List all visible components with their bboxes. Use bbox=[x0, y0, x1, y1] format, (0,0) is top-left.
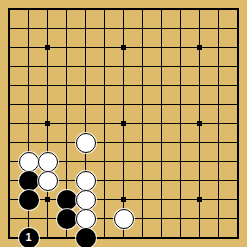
intersection-C13[interactable] bbox=[38, 0, 57, 19]
grid-line-vertical bbox=[218, 95, 219, 114]
intersection-E6[interactable] bbox=[76, 133, 95, 152]
grid-line-vertical bbox=[161, 114, 162, 133]
intersection-J6[interactable] bbox=[152, 133, 171, 152]
intersection-A11[interactable] bbox=[0, 38, 19, 57]
grid-line-vertical bbox=[161, 8, 162, 19]
intersection-K11[interactable] bbox=[171, 38, 190, 57]
intersection-B9[interactable] bbox=[19, 76, 38, 95]
intersection-A13[interactable] bbox=[0, 0, 19, 19]
intersection-C4[interactable] bbox=[38, 171, 57, 190]
grid-line-vertical bbox=[142, 152, 143, 171]
grid-line-vertical bbox=[180, 228, 181, 239]
intersection-D13[interactable] bbox=[57, 0, 76, 19]
intersection-M9[interactable] bbox=[209, 76, 228, 95]
intersection-K10[interactable] bbox=[171, 57, 190, 76]
grid-line-vertical bbox=[47, 19, 48, 38]
intersection-F6[interactable] bbox=[95, 133, 114, 152]
grid-line-vertical bbox=[104, 171, 105, 190]
intersection-D9[interactable] bbox=[57, 76, 76, 95]
grid-line-vertical bbox=[9, 57, 10, 76]
grid-line-vertical bbox=[123, 19, 124, 38]
intersection-A2[interactable] bbox=[0, 209, 19, 228]
grid-line-vertical bbox=[199, 228, 200, 239]
intersection-C6[interactable] bbox=[38, 133, 57, 152]
intersection-H5[interactable] bbox=[133, 152, 152, 171]
intersection-H11[interactable] bbox=[133, 38, 152, 57]
grid-line-vertical bbox=[180, 38, 181, 57]
intersection-K2[interactable] bbox=[171, 209, 190, 228]
grid-line-vertical bbox=[199, 133, 200, 152]
intersection-J3[interactable] bbox=[152, 190, 171, 209]
intersection-E12[interactable] bbox=[76, 19, 95, 38]
grid-line-vertical bbox=[161, 228, 162, 239]
grid-line-vertical bbox=[199, 152, 200, 171]
intersection-D12[interactable] bbox=[57, 19, 76, 38]
grid-line-vertical bbox=[237, 38, 238, 57]
intersection-D1[interactable] bbox=[57, 228, 76, 247]
intersection-M4[interactable] bbox=[209, 171, 228, 190]
intersection-C3[interactable] bbox=[38, 190, 57, 209]
grid-line-vertical bbox=[180, 209, 181, 228]
grid-line-vertical bbox=[104, 228, 105, 239]
intersection-J7[interactable] bbox=[152, 114, 171, 133]
intersection-F10[interactable] bbox=[95, 57, 114, 76]
intersection-A9[interactable] bbox=[0, 76, 19, 95]
intersection-F3[interactable] bbox=[95, 190, 114, 209]
grid-line-vertical bbox=[9, 190, 10, 209]
intersection-B5[interactable] bbox=[19, 152, 38, 171]
intersection-F5[interactable] bbox=[95, 152, 114, 171]
intersection-G6[interactable] bbox=[114, 133, 133, 152]
intersection-E10[interactable] bbox=[76, 57, 95, 76]
grid-line-vertical bbox=[218, 190, 219, 209]
intersection-G2[interactable] bbox=[114, 209, 133, 228]
grid-line-vertical bbox=[161, 57, 162, 76]
intersection-A1[interactable] bbox=[0, 228, 19, 247]
intersection-G4[interactable] bbox=[114, 171, 133, 190]
grid-line-vertical bbox=[180, 19, 181, 38]
grid-line-vertical bbox=[161, 76, 162, 95]
grid-line-vertical bbox=[161, 95, 162, 114]
intersection-H12[interactable] bbox=[133, 19, 152, 38]
intersection-G10[interactable] bbox=[114, 57, 133, 76]
grid-line-vertical bbox=[161, 38, 162, 57]
intersection-E5[interactable] bbox=[76, 152, 95, 171]
intersection-E11[interactable] bbox=[76, 38, 95, 57]
intersection-D6[interactable] bbox=[57, 133, 76, 152]
grid-line-vertical bbox=[104, 57, 105, 76]
grid-line-vertical bbox=[180, 114, 181, 133]
grid-line-vertical bbox=[218, 38, 219, 57]
intersection-J12[interactable] bbox=[152, 19, 171, 38]
intersection-L10[interactable] bbox=[190, 57, 209, 76]
grid-line-vertical bbox=[199, 19, 200, 38]
intersection-M6[interactable] bbox=[209, 133, 228, 152]
intersection-B10[interactable] bbox=[19, 57, 38, 76]
intersection-L8[interactable] bbox=[190, 95, 209, 114]
intersection-G13[interactable] bbox=[114, 0, 133, 19]
intersection-C11[interactable] bbox=[38, 38, 57, 57]
grid-line-vertical bbox=[218, 171, 219, 190]
intersection-H13[interactable] bbox=[133, 0, 152, 19]
grid-line-vertical bbox=[47, 8, 48, 19]
intersection-M11[interactable] bbox=[209, 38, 228, 57]
grid-line-vertical bbox=[199, 76, 200, 95]
grid-line-vertical bbox=[237, 114, 238, 133]
intersection-M12[interactable] bbox=[209, 19, 228, 38]
grid-line-vertical bbox=[66, 133, 67, 152]
grid-line-vertical bbox=[237, 57, 238, 76]
grid-line-vertical bbox=[85, 57, 86, 76]
intersection-H8[interactable] bbox=[133, 95, 152, 114]
grid-line-vertical bbox=[85, 114, 86, 133]
intersection-N10[interactable] bbox=[228, 57, 247, 76]
intersection-A4[interactable] bbox=[0, 171, 19, 190]
intersection-E2[interactable] bbox=[76, 209, 95, 228]
grid-line-vertical bbox=[237, 133, 238, 152]
grid-line-vertical bbox=[104, 114, 105, 133]
black-stone-D3 bbox=[57, 190, 77, 210]
grid-line-vertical bbox=[85, 95, 86, 114]
grid-line-vertical bbox=[9, 38, 10, 57]
intersection-C9[interactable] bbox=[38, 76, 57, 95]
grid-line-vertical bbox=[180, 95, 181, 114]
intersection-B12[interactable] bbox=[19, 19, 38, 38]
grid-line-vertical bbox=[237, 171, 238, 190]
intersection-F4[interactable] bbox=[95, 171, 114, 190]
intersection-A6[interactable] bbox=[0, 133, 19, 152]
grid-line-vertical bbox=[9, 19, 10, 38]
grid-line-vertical bbox=[123, 76, 124, 95]
intersection-M1[interactable] bbox=[209, 228, 228, 247]
grid-line-vertical bbox=[9, 95, 10, 114]
grid-line-vertical bbox=[66, 57, 67, 76]
intersection-A12[interactable] bbox=[0, 19, 19, 38]
intersection-G11[interactable] bbox=[114, 38, 133, 57]
intersection-E8[interactable] bbox=[76, 95, 95, 114]
grid-line-vertical bbox=[218, 228, 219, 239]
grid-line-vertical bbox=[180, 76, 181, 95]
intersection-H6[interactable] bbox=[133, 133, 152, 152]
intersection-L3[interactable] bbox=[190, 190, 209, 209]
white-stone-G2 bbox=[114, 209, 134, 229]
intersection-N11[interactable] bbox=[228, 38, 247, 57]
grid-line-vertical bbox=[104, 19, 105, 38]
intersection-K8[interactable] bbox=[171, 95, 190, 114]
intersection-H2[interactable] bbox=[133, 209, 152, 228]
intersection-N5[interactable] bbox=[228, 152, 247, 171]
intersection-F12[interactable] bbox=[95, 19, 114, 38]
grid-line-vertical bbox=[142, 19, 143, 38]
intersection-N3[interactable] bbox=[228, 190, 247, 209]
intersection-N9[interactable] bbox=[228, 76, 247, 95]
grid-line-vertical bbox=[142, 38, 143, 57]
grid-line-vertical bbox=[28, 133, 29, 152]
intersection-L6[interactable] bbox=[190, 133, 209, 152]
intersection-E9[interactable] bbox=[76, 76, 95, 95]
grid-line-vertical bbox=[9, 171, 10, 190]
grid-line-vertical bbox=[199, 8, 200, 19]
grid-line-vertical bbox=[47, 95, 48, 114]
grid-line-vertical bbox=[47, 133, 48, 152]
intersection-A3[interactable] bbox=[0, 190, 19, 209]
grid-line-vertical bbox=[218, 19, 219, 38]
intersection-L9[interactable] bbox=[190, 76, 209, 95]
grid-line-vertical bbox=[9, 228, 10, 239]
intersection-K13[interactable] bbox=[171, 0, 190, 19]
intersection-C2[interactable] bbox=[38, 209, 57, 228]
grid-line-vertical bbox=[142, 209, 143, 228]
intersection-M3[interactable] bbox=[209, 190, 228, 209]
grid-line-vertical bbox=[66, 95, 67, 114]
intersection-L11[interactable] bbox=[190, 38, 209, 57]
grid-line-vertical bbox=[104, 95, 105, 114]
intersection-A10[interactable] bbox=[0, 57, 19, 76]
intersection-K1[interactable] bbox=[171, 228, 190, 247]
grid-line-vertical bbox=[218, 152, 219, 171]
star-point bbox=[45, 121, 50, 126]
intersection-J10[interactable] bbox=[152, 57, 171, 76]
intersection-M13[interactable] bbox=[209, 0, 228, 19]
intersection-F2[interactable] bbox=[95, 209, 114, 228]
grid-line-vertical bbox=[123, 95, 124, 114]
intersection-L7[interactable] bbox=[190, 114, 209, 133]
white-stone-C5 bbox=[38, 152, 58, 172]
grid-line-vertical bbox=[180, 171, 181, 190]
intersection-B7[interactable] bbox=[19, 114, 38, 133]
intersection-H7[interactable] bbox=[133, 114, 152, 133]
grid-line-vertical bbox=[123, 152, 124, 171]
intersection-D8[interactable] bbox=[57, 95, 76, 114]
grid-line-vertical bbox=[180, 152, 181, 171]
intersection-J11[interactable] bbox=[152, 38, 171, 57]
grid-line-vertical bbox=[237, 209, 238, 228]
grid-line-vertical bbox=[28, 19, 29, 38]
intersection-B1[interactable]: 1 bbox=[19, 228, 38, 247]
intersection-D10[interactable] bbox=[57, 57, 76, 76]
intersection-K12[interactable] bbox=[171, 19, 190, 38]
intersection-B13[interactable] bbox=[19, 0, 38, 19]
intersection-M5[interactable] bbox=[209, 152, 228, 171]
grid-line-vertical bbox=[123, 57, 124, 76]
intersection-D7[interactable] bbox=[57, 114, 76, 133]
grid-line-vertical bbox=[237, 8, 238, 19]
white-stone-C4 bbox=[38, 171, 58, 191]
intersection-C1[interactable] bbox=[38, 228, 57, 247]
intersection-M8[interactable] bbox=[209, 95, 228, 114]
grid-line-vertical bbox=[199, 95, 200, 114]
intersection-M7[interactable] bbox=[209, 114, 228, 133]
intersection-M2[interactable] bbox=[209, 209, 228, 228]
grid-line-vertical bbox=[47, 76, 48, 95]
grid-line-vertical bbox=[161, 171, 162, 190]
grid-line-vertical bbox=[66, 76, 67, 95]
grid-line-vertical bbox=[28, 114, 29, 133]
intersection-N6[interactable] bbox=[228, 133, 247, 152]
intersection-F1[interactable] bbox=[95, 228, 114, 247]
intersection-J9[interactable] bbox=[152, 76, 171, 95]
intersection-H3[interactable] bbox=[133, 190, 152, 209]
grid-line-vertical bbox=[123, 171, 124, 190]
intersection-N8[interactable] bbox=[228, 95, 247, 114]
intersection-H4[interactable] bbox=[133, 171, 152, 190]
grid-line-vertical bbox=[104, 209, 105, 228]
grid-line-vertical bbox=[199, 57, 200, 76]
grid-line-vertical bbox=[66, 8, 67, 19]
black-stone-B3 bbox=[19, 190, 39, 210]
intersection-C8[interactable] bbox=[38, 95, 57, 114]
intersection-B8[interactable] bbox=[19, 95, 38, 114]
intersection-J2[interactable] bbox=[152, 209, 171, 228]
star-point bbox=[45, 197, 50, 202]
intersection-K4[interactable] bbox=[171, 171, 190, 190]
intersection-K7[interactable] bbox=[171, 114, 190, 133]
intersection-E1[interactable] bbox=[76, 228, 95, 247]
intersection-J8[interactable] bbox=[152, 95, 171, 114]
grid-line-vertical bbox=[142, 95, 143, 114]
intersection-H9[interactable] bbox=[133, 76, 152, 95]
star-point bbox=[45, 45, 50, 50]
intersection-C10[interactable] bbox=[38, 57, 57, 76]
intersection-G8[interactable] bbox=[114, 95, 133, 114]
intersection-F8[interactable] bbox=[95, 95, 114, 114]
intersection-A5[interactable] bbox=[0, 152, 19, 171]
grid-line-vertical bbox=[28, 76, 29, 95]
grid-line-vertical bbox=[9, 114, 10, 133]
white-stone-E2 bbox=[76, 209, 96, 229]
intersection-K3[interactable] bbox=[171, 190, 190, 209]
white-stone-B5 bbox=[19, 152, 39, 172]
grid-line-vertical bbox=[142, 114, 143, 133]
black-stone-B4 bbox=[19, 171, 39, 191]
intersection-C5[interactable] bbox=[38, 152, 57, 171]
intersection-B4[interactable] bbox=[19, 171, 38, 190]
intersection-B11[interactable] bbox=[19, 38, 38, 57]
intersection-F13[interactable] bbox=[95, 0, 114, 19]
black-stone-B1: 1 bbox=[19, 228, 39, 247]
white-stone-E4 bbox=[76, 171, 96, 191]
intersection-C7[interactable] bbox=[38, 114, 57, 133]
grid-line-vertical bbox=[123, 133, 124, 152]
intersection-J4[interactable] bbox=[152, 171, 171, 190]
grid-line-vertical bbox=[85, 76, 86, 95]
grid-line-vertical bbox=[142, 76, 143, 95]
intersection-F7[interactable] bbox=[95, 114, 114, 133]
grid-line-vertical bbox=[237, 190, 238, 209]
intersection-N4[interactable] bbox=[228, 171, 247, 190]
grid-line-vertical bbox=[218, 57, 219, 76]
grid-line-vertical bbox=[9, 209, 10, 228]
star-point bbox=[197, 121, 202, 126]
intersection-E7[interactable] bbox=[76, 114, 95, 133]
intersection-L5[interactable] bbox=[190, 152, 209, 171]
grid-line-vertical bbox=[237, 228, 238, 239]
intersection-E13[interactable] bbox=[76, 0, 95, 19]
intersection-M10[interactable] bbox=[209, 57, 228, 76]
intersection-J1[interactable] bbox=[152, 228, 171, 247]
grid-line-vertical bbox=[104, 133, 105, 152]
grid-line-vertical bbox=[104, 152, 105, 171]
intersection-D5[interactable] bbox=[57, 152, 76, 171]
intersection-L12[interactable] bbox=[190, 19, 209, 38]
intersection-A7[interactable] bbox=[0, 114, 19, 133]
grid-line-vertical bbox=[218, 133, 219, 152]
intersection-G3[interactable] bbox=[114, 190, 133, 209]
grid-line-vertical bbox=[28, 209, 29, 228]
grid-line-vertical bbox=[237, 76, 238, 95]
intersection-H10[interactable] bbox=[133, 57, 152, 76]
intersection-A8[interactable] bbox=[0, 95, 19, 114]
intersection-G1[interactable] bbox=[114, 228, 133, 247]
intersection-K5[interactable] bbox=[171, 152, 190, 171]
grid-line-vertical bbox=[104, 38, 105, 57]
intersection-G12[interactable] bbox=[114, 19, 133, 38]
intersection-B6[interactable] bbox=[19, 133, 38, 152]
intersection-B2[interactable] bbox=[19, 209, 38, 228]
intersection-N7[interactable] bbox=[228, 114, 247, 133]
grid-line-vertical bbox=[142, 57, 143, 76]
grid-line-vertical bbox=[9, 8, 10, 19]
intersection-E4[interactable] bbox=[76, 171, 95, 190]
go-board: 1 bbox=[0, 0, 247, 247]
grid-line-vertical bbox=[9, 133, 10, 152]
intersection-N2[interactable] bbox=[228, 209, 247, 228]
grid-line-vertical bbox=[66, 171, 67, 190]
grid-line-vertical bbox=[9, 152, 10, 171]
intersection-K9[interactable] bbox=[171, 76, 190, 95]
grid-line-vertical bbox=[142, 228, 143, 239]
intersection-D3[interactable] bbox=[57, 190, 76, 209]
intersection-H1[interactable] bbox=[133, 228, 152, 247]
intersection-K6[interactable] bbox=[171, 133, 190, 152]
grid-line-vertical bbox=[66, 228, 67, 239]
intersection-F11[interactable] bbox=[95, 38, 114, 57]
intersection-F9[interactable] bbox=[95, 76, 114, 95]
intersection-G9[interactable] bbox=[114, 76, 133, 95]
intersection-N12[interactable] bbox=[228, 19, 247, 38]
black-stone-D2 bbox=[57, 209, 77, 229]
grid-line-vertical bbox=[47, 209, 48, 228]
intersection-G5[interactable] bbox=[114, 152, 133, 171]
grid-line-vertical bbox=[66, 114, 67, 133]
grid-line-vertical bbox=[237, 152, 238, 171]
grid-line-vertical bbox=[123, 228, 124, 239]
grid-line-vertical bbox=[9, 76, 10, 95]
intersection-J13[interactable] bbox=[152, 0, 171, 19]
grid-line-vertical bbox=[199, 209, 200, 228]
intersection-B3[interactable] bbox=[19, 190, 38, 209]
intersection-L13[interactable] bbox=[190, 0, 209, 19]
intersection-L4[interactable] bbox=[190, 171, 209, 190]
intersection-L2[interactable] bbox=[190, 209, 209, 228]
grid-line-vertical bbox=[237, 19, 238, 38]
intersection-E3[interactable] bbox=[76, 190, 95, 209]
intersection-C12[interactable] bbox=[38, 19, 57, 38]
grid-line-vertical bbox=[161, 19, 162, 38]
intersection-N13[interactable] bbox=[228, 0, 247, 19]
intersection-J5[interactable] bbox=[152, 152, 171, 171]
black-stone-E1 bbox=[76, 228, 96, 247]
grid-line-vertical bbox=[161, 190, 162, 209]
grid-line-vertical bbox=[28, 57, 29, 76]
grid-line-vertical bbox=[104, 76, 105, 95]
intersection-L1[interactable] bbox=[190, 228, 209, 247]
intersection-D4[interactable] bbox=[57, 171, 76, 190]
intersection-G7[interactable] bbox=[114, 114, 133, 133]
intersection-D11[interactable] bbox=[57, 38, 76, 57]
intersection-N1[interactable] bbox=[228, 228, 247, 247]
intersection-D2[interactable] bbox=[57, 209, 76, 228]
